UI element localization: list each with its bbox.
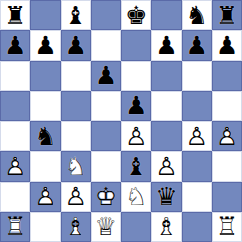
black-bishop-piece[interactable]: ♝ (61, 0, 91, 30)
square-f2[interactable]: ♛ (151, 182, 181, 212)
square-h5[interactable] (212, 91, 242, 121)
square-h7[interactable]: ♟ (212, 30, 242, 60)
square-e8[interactable]: ♚ (121, 0, 151, 30)
square-d7[interactable] (91, 30, 121, 60)
black-rook-glyph: ♜ (4, 3, 26, 28)
square-g3[interactable] (182, 151, 212, 181)
black-pawn-glyph: ♟ (4, 33, 26, 58)
white-knight-piece[interactable]: ♞♘ (61, 151, 91, 181)
square-h4[interactable]: ♟♙ (212, 121, 242, 151)
square-f3[interactable]: ♟♙ (151, 151, 181, 181)
black-pawn-piece[interactable]: ♟ (30, 30, 60, 60)
square-f8[interactable] (151, 0, 181, 30)
black-pawn-piece[interactable]: ♟ (61, 30, 91, 60)
square-e3[interactable]: ♝ (121, 151, 151, 181)
square-b6[interactable] (30, 61, 60, 91)
square-a7[interactable]: ♟ (0, 30, 30, 60)
white-pawn-outline: ♙ (125, 124, 147, 149)
square-g4[interactable]: ♟♙ (182, 121, 212, 151)
square-e2[interactable]: ♞♘ (121, 182, 151, 212)
black-rook-piece[interactable]: ♜ (212, 0, 242, 30)
white-pawn-piece[interactable]: ♟♙ (30, 182, 60, 212)
white-pawn-piece[interactable]: ♟♙ (212, 121, 242, 151)
square-a4[interactable] (0, 121, 30, 151)
square-c2[interactable]: ♟♙ (61, 182, 91, 212)
white-king-outline: ♔ (95, 184, 117, 209)
square-d5[interactable] (91, 91, 121, 121)
white-knight-outline: ♘ (64, 154, 86, 179)
white-knight-piece[interactable]: ♞♘ (121, 182, 151, 212)
square-d4[interactable] (91, 121, 121, 151)
white-pawn-outline: ♙ (34, 184, 56, 209)
black-pawn-glyph: ♟ (216, 33, 238, 58)
square-c7[interactable]: ♟ (61, 30, 91, 60)
square-h1[interactable]: ♜♖ (212, 212, 242, 242)
square-a3[interactable]: ♟♙ (0, 151, 30, 181)
white-rook-piece[interactable]: ♜♖ (212, 212, 242, 242)
white-rook-piece[interactable]: ♜♖ (0, 212, 30, 242)
black-knight-glyph: ♞ (185, 3, 207, 28)
black-rook-glyph: ♜ (216, 3, 238, 28)
white-pawn-piece[interactable]: ♟♙ (182, 121, 212, 151)
square-h2[interactable] (212, 182, 242, 212)
white-pawn-outline: ♙ (216, 124, 238, 149)
black-pawn-piece[interactable]: ♟ (151, 30, 181, 60)
black-pawn-piece[interactable]: ♟ (0, 30, 30, 60)
square-b8[interactable] (30, 0, 60, 30)
square-c1[interactable]: ♝♗ (61, 212, 91, 242)
white-bishop-piece[interactable]: ♝♗ (61, 212, 91, 242)
square-e4[interactable]: ♟♙ (121, 121, 151, 151)
square-g6[interactable] (182, 61, 212, 91)
black-pawn-glyph: ♟ (64, 33, 86, 58)
square-g7[interactable]: ♟ (182, 30, 212, 60)
square-d3[interactable] (91, 151, 121, 181)
black-pawn-glyph: ♟ (155, 33, 177, 58)
square-g8[interactable]: ♞ (182, 0, 212, 30)
white-pawn-piece[interactable]: ♟♙ (151, 151, 181, 181)
square-f7[interactable]: ♟ (151, 30, 181, 60)
square-b1[interactable] (30, 212, 60, 242)
black-knight-piece[interactable]: ♞ (30, 121, 60, 151)
white-pawn-piece[interactable]: ♟♙ (61, 182, 91, 212)
square-b4[interactable]: ♞ (30, 121, 60, 151)
square-e5[interactable]: ♟ (121, 91, 151, 121)
square-d2[interactable]: ♚♔ (91, 182, 121, 212)
square-h6[interactable] (212, 61, 242, 91)
square-d6[interactable]: ♟ (91, 61, 121, 91)
black-queen-piece[interactable]: ♛ (151, 182, 181, 212)
white-pawn-piece[interactable]: ♟♙ (0, 151, 30, 181)
square-f5[interactable] (151, 91, 181, 121)
square-g2[interactable] (182, 182, 212, 212)
white-pawn-outline: ♙ (185, 124, 207, 149)
square-c6[interactable] (61, 61, 91, 91)
black-pawn-glyph: ♟ (34, 33, 56, 58)
white-pawn-piece[interactable]: ♟♙ (121, 121, 151, 151)
square-c8[interactable]: ♝ (61, 0, 91, 30)
black-rook-piece[interactable]: ♜ (0, 0, 30, 30)
square-c3[interactable]: ♞♘ (61, 151, 91, 181)
black-pawn-glyph: ♟ (95, 63, 117, 88)
black-bishop-glyph: ♝ (125, 154, 147, 179)
square-g1[interactable] (182, 212, 212, 242)
black-queen-glyph: ♛ (155, 184, 177, 209)
black-knight-piece[interactable]: ♞ (182, 0, 212, 30)
square-e6[interactable] (121, 61, 151, 91)
square-c4[interactable] (61, 121, 91, 151)
white-queen-outline: ♕ (95, 214, 117, 239)
black-pawn-glyph: ♟ (185, 33, 207, 58)
square-a6[interactable] (0, 61, 30, 91)
white-pawn-outline: ♙ (64, 184, 86, 209)
black-pawn-piece[interactable]: ♟ (212, 30, 242, 60)
white-rook-outline: ♖ (4, 214, 26, 239)
white-queen-piece[interactable]: ♛♕ (91, 212, 121, 242)
square-b3[interactable] (30, 151, 60, 181)
white-king-piece[interactable]: ♚♔ (91, 182, 121, 212)
chess-board: ♜♝♚♞♜♟♟♟♟♟♟♟♟♞♟♙♟♙♟♙♟♙♞♘♝♟♙♟♙♟♙♚♔♞♘♛♜♖♝♗… (0, 0, 242, 242)
square-h3[interactable] (212, 151, 242, 181)
square-d1[interactable]: ♛♕ (91, 212, 121, 242)
black-pawn-glyph: ♟ (125, 93, 147, 118)
black-bishop-piece[interactable]: ♝ (121, 151, 151, 181)
black-knight-glyph: ♞ (34, 124, 56, 149)
black-bishop-glyph: ♝ (64, 3, 86, 28)
square-d8[interactable] (91, 0, 121, 30)
black-pawn-piece[interactable]: ♟ (91, 61, 121, 91)
white-rook-outline: ♖ (216, 214, 238, 239)
square-h8[interactable]: ♜ (212, 0, 242, 30)
white-knight-outline: ♘ (125, 184, 147, 209)
square-b2[interactable]: ♟♙ (30, 182, 60, 212)
square-a1[interactable]: ♜♖ (0, 212, 30, 242)
board-frame: ♜♝♚♞♜♟♟♟♟♟♟♟♟♞♟♙♟♙♟♙♟♙♞♘♝♟♙♟♙♟♙♚♔♞♘♛♜♖♝♗… (0, 0, 242, 242)
black-pawn-piece[interactable]: ♟ (121, 91, 151, 121)
white-pawn-outline: ♙ (155, 154, 177, 179)
square-a5[interactable] (0, 91, 30, 121)
white-pawn-outline: ♙ (4, 154, 26, 179)
black-king-piece[interactable]: ♚ (121, 0, 151, 30)
square-e1[interactable] (121, 212, 151, 242)
white-bishop-outline: ♗ (155, 214, 177, 239)
square-b5[interactable] (30, 91, 60, 121)
square-f6[interactable] (151, 61, 181, 91)
square-c5[interactable] (61, 91, 91, 121)
black-king-glyph: ♚ (125, 3, 147, 28)
square-f1[interactable]: ♝♗ (151, 212, 181, 242)
black-pawn-piece[interactable]: ♟ (182, 30, 212, 60)
square-f4[interactable] (151, 121, 181, 151)
square-b7[interactable]: ♟ (30, 30, 60, 60)
square-e7[interactable] (121, 30, 151, 60)
white-bishop-piece[interactable]: ♝♗ (151, 212, 181, 242)
square-a2[interactable] (0, 182, 30, 212)
square-a8[interactable]: ♜ (0, 0, 30, 30)
white-bishop-outline: ♗ (64, 214, 86, 239)
square-g5[interactable] (182, 91, 212, 121)
